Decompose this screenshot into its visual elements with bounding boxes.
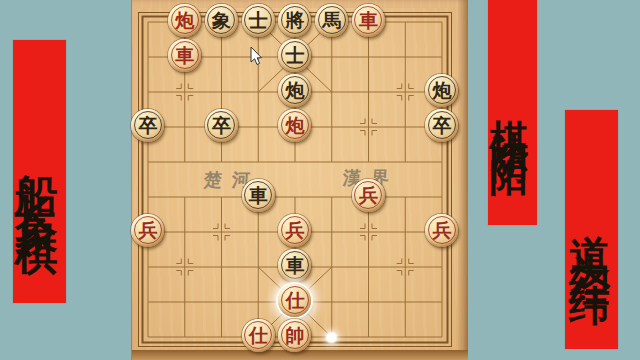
piece-glyph: 士 <box>249 10 268 29</box>
piece-glyph: 炮 <box>285 115 304 134</box>
piece-glyph: 兵 <box>432 220 451 239</box>
piece-red[interactable]: 車 <box>168 39 201 72</box>
piece-red[interactable]: 仕 <box>278 284 311 317</box>
piece-red[interactable]: 炮 <box>278 109 311 142</box>
piece-black[interactable]: 士 <box>278 39 311 72</box>
piece-black[interactable]: 象 <box>205 4 238 37</box>
piece-red[interactable]: 車 <box>352 4 385 37</box>
piece-glyph: 兵 <box>285 220 304 239</box>
piece-glyph: 車 <box>359 10 378 29</box>
piece-glyph: 帥 <box>285 325 304 344</box>
piece-glyph: 車 <box>175 45 194 64</box>
piece-red[interactable]: 兵 <box>425 214 458 247</box>
piece-glyph: 仕 <box>285 290 304 309</box>
piece-red[interactable]: 帥 <box>278 319 311 352</box>
piece-black[interactable]: 馬 <box>315 4 348 37</box>
piece-black[interactable]: 車 <box>242 179 275 212</box>
piece-glyph: 將 <box>285 10 304 29</box>
piece-black[interactable]: 卒 <box>131 109 164 142</box>
piece-glyph: 卒 <box>432 115 451 134</box>
piece-red[interactable]: 炮 <box>168 4 201 37</box>
right-banner-inner: 棋法阴阳 <box>488 0 537 225</box>
xiangqi-app-screen: 船长象棋 楚河 漢界 炮象士將馬車車士炮炮卒卒炮卒車兵兵兵兵車仕仕帥 棋法阴阳 … <box>0 0 640 360</box>
piece-glyph: 炮 <box>175 10 194 29</box>
board-grid[interactable]: 炮象士將馬車車士炮炮卒卒炮卒車兵兵兵兵車仕仕帥 <box>130 5 461 355</box>
piece-glyph: 仕 <box>249 325 268 344</box>
piece-glyph: 馬 <box>322 10 341 29</box>
piece-black[interactable]: 士 <box>242 4 275 37</box>
piece-glyph: 象 <box>212 10 231 29</box>
piece-black[interactable]: 炮 <box>425 74 458 107</box>
piece-glyph: 士 <box>285 45 304 64</box>
piece-glyph: 兵 <box>359 185 378 204</box>
piece-glyph: 車 <box>249 185 268 204</box>
piece-glyph: 卒 <box>212 115 231 134</box>
piece-glyph: 車 <box>285 255 304 274</box>
piece-black[interactable]: 卒 <box>205 109 238 142</box>
piece-red[interactable]: 兵 <box>131 214 164 247</box>
piece-red[interactable]: 兵 <box>278 214 311 247</box>
piece-red[interactable]: 仕 <box>242 319 275 352</box>
piece-black[interactable]: 炮 <box>278 74 311 107</box>
piece-glyph: 兵 <box>138 220 157 239</box>
piece-glyph: 炮 <box>432 80 451 99</box>
piece-black[interactable]: 將 <box>278 4 311 37</box>
move-origin-marker <box>327 333 336 342</box>
piece-red[interactable]: 兵 <box>352 179 385 212</box>
piece-black[interactable]: 車 <box>278 249 311 282</box>
piece-glyph: 炮 <box>285 80 304 99</box>
left-banner: 船长象棋 <box>13 40 66 303</box>
piece-glyph: 卒 <box>138 115 157 134</box>
right-banner-outer: 道为经纬 <box>565 110 618 349</box>
piece-black[interactable]: 卒 <box>425 109 458 142</box>
